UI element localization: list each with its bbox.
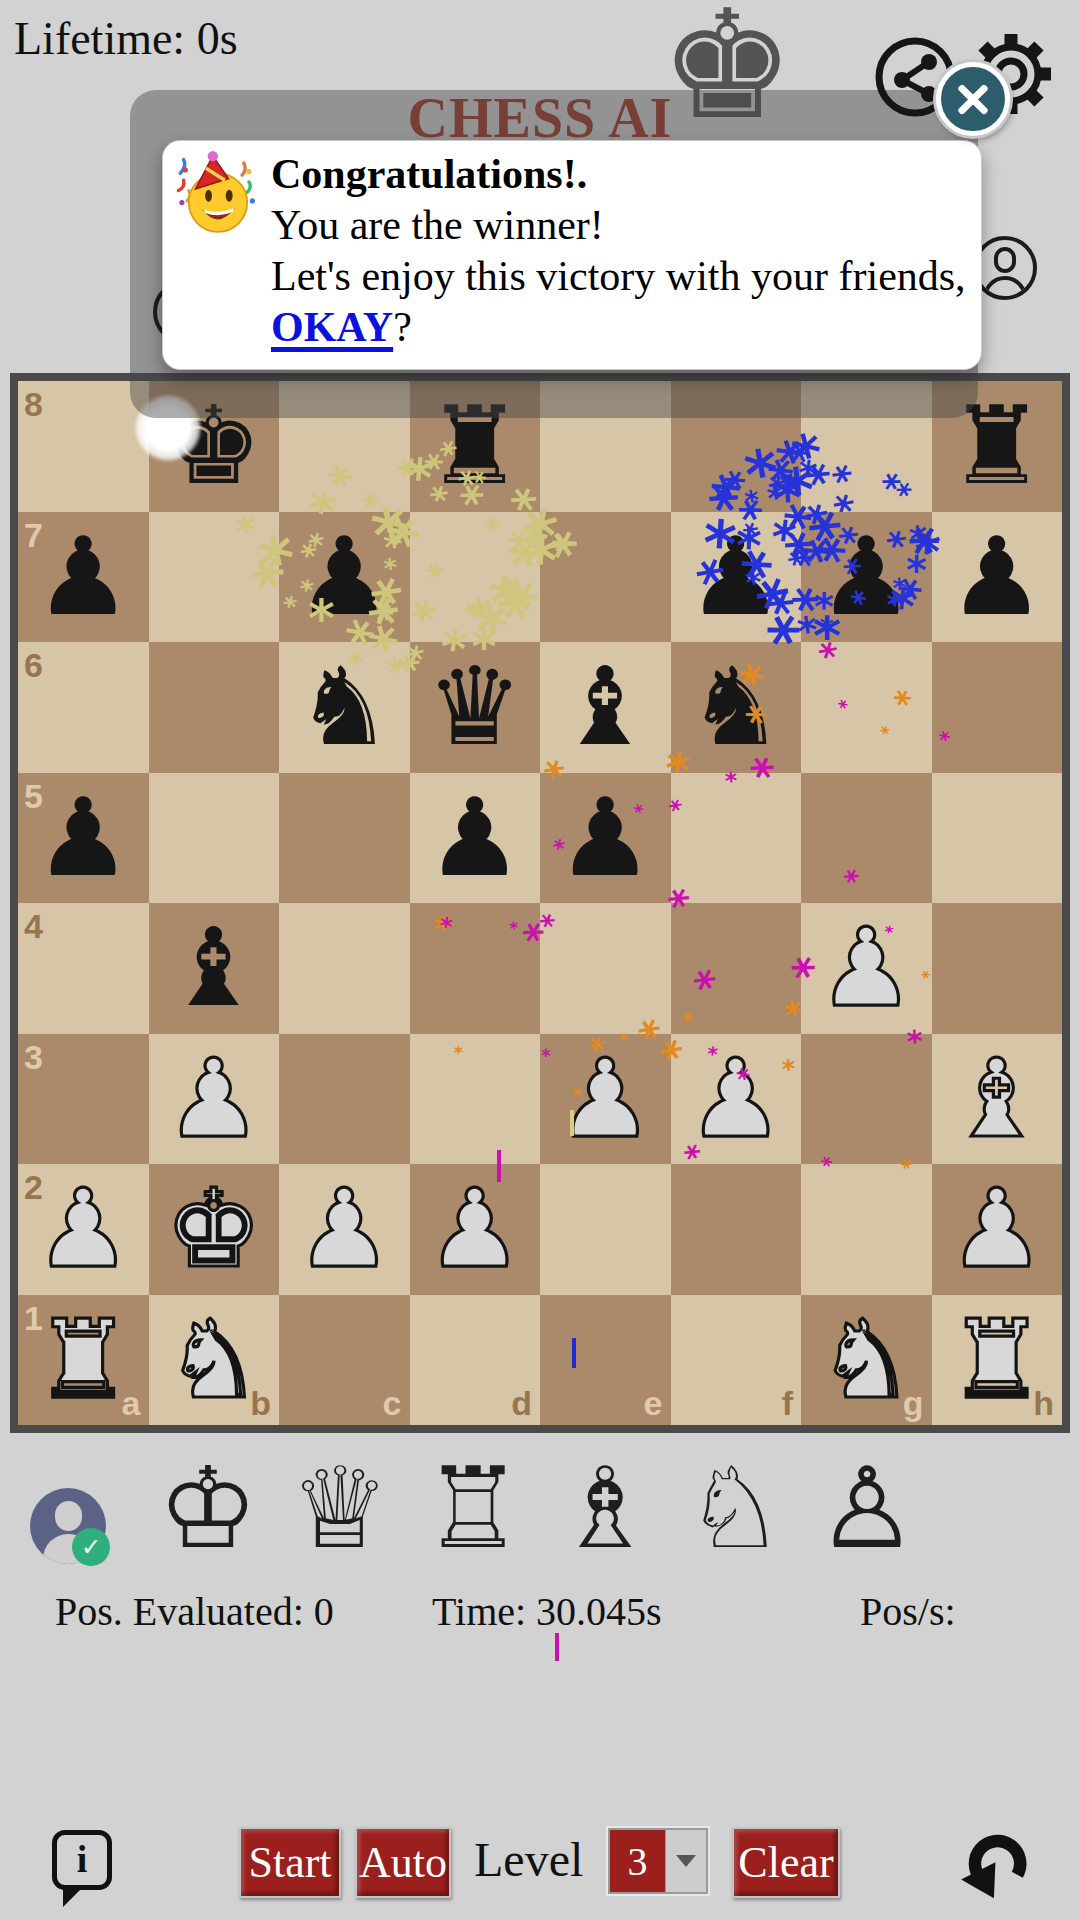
square-b6[interactable] [149, 642, 280, 773]
square-b5[interactable] [149, 773, 280, 904]
clear-button[interactable]: Clear [732, 1827, 840, 1898]
square-a3[interactable]: 3 [18, 1034, 149, 1165]
square-d4[interactable] [410, 903, 541, 1034]
dialog-line2: You are the winner! [271, 200, 971, 251]
auto-button[interactable]: Auto [355, 1827, 451, 1898]
square-d2[interactable]: ♟ [410, 1164, 541, 1295]
white-pawn-piece[interactable]: ♟ [18, 1164, 149, 1295]
positions-evaluated-label: Pos. Evaluated: 0 [55, 1588, 334, 1635]
start-button[interactable]: Start [239, 1827, 341, 1898]
square-b7[interactable] [149, 512, 280, 643]
square-a2[interactable]: 2♟ [18, 1164, 149, 1295]
square-d6[interactable]: ♛ [410, 642, 541, 773]
square-b3[interactable]: ♟ [149, 1034, 280, 1165]
square-c7[interactable]: ♟ [279, 512, 410, 643]
victory-dialog: Congratulations!. You are the winner! Le… [162, 140, 982, 370]
white-pawn-piece[interactable]: ♟ [279, 1164, 410, 1295]
square-h7[interactable]: ♟ [932, 512, 1063, 643]
square-f2[interactable] [671, 1164, 802, 1295]
rank-label: 6 [24, 646, 43, 685]
white-pawn-piece[interactable]: ♟ [671, 1034, 802, 1165]
square-c6[interactable]: ♞ [279, 642, 410, 773]
square-e6[interactable]: ♝ [540, 642, 671, 773]
selector-bishop[interactable]: ♗ [545, 1448, 665, 1568]
white-pawn-piece[interactable]: ♟ [932, 1164, 1063, 1295]
level-label: Level [474, 1832, 583, 1887]
square-e5[interactable]: ♟ [540, 773, 671, 904]
level-value: 3 [610, 1830, 665, 1892]
black-knight-piece[interactable]: ♞ [279, 642, 410, 773]
white-knight-piece[interactable]: ♞ [801, 1295, 932, 1426]
square-e2[interactable] [540, 1164, 671, 1295]
square-g7[interactable]: ♟ [801, 512, 932, 643]
square-d7[interactable] [410, 512, 541, 643]
square-e4[interactable] [540, 903, 671, 1034]
confetti-streak [555, 1633, 559, 1661]
square-e7[interactable] [540, 512, 671, 643]
file-label: f [782, 1384, 793, 1423]
dialog-line3: Let's enjoy this victory with your frien… [271, 251, 971, 353]
file-label: e [644, 1384, 663, 1423]
black-pawn-piece[interactable]: ♟ [932, 512, 1063, 643]
selector-rook[interactable]: ♖ [413, 1448, 533, 1568]
rank-label: 4 [24, 907, 43, 946]
rank-label: 8 [24, 385, 43, 424]
square-f7[interactable]: ♟ [671, 512, 802, 643]
black-knight-piece[interactable]: ♞ [671, 642, 802, 773]
white-pawn-piece[interactable]: ♟ [410, 1164, 541, 1295]
square-a8[interactable]: 8 [18, 381, 149, 512]
square-b2[interactable]: ♚ [149, 1164, 280, 1295]
black-pawn-piece[interactable]: ♟ [18, 773, 149, 904]
positions-per-second-label: Pos/s: [860, 1588, 956, 1635]
square-d5[interactable]: ♟ [410, 773, 541, 904]
dialog-title: Congratulations!. [271, 149, 971, 200]
selector-knight[interactable]: ♘ [675, 1448, 795, 1568]
black-queen-piece[interactable]: ♛ [410, 642, 541, 773]
square-h6[interactable] [932, 642, 1063, 773]
white-pawn-piece[interactable]: ♟ [801, 903, 932, 1034]
square-h5[interactable] [932, 773, 1063, 904]
square-a4[interactable]: 4 [18, 903, 149, 1034]
file-label: d [511, 1384, 532, 1423]
square-g4[interactable]: ♟ [801, 903, 932, 1034]
time-label: Time: 30.045s [432, 1588, 662, 1635]
white-pawn-piece[interactable]: ♟ [540, 1034, 671, 1165]
party-face-emoji [175, 149, 261, 243]
square-c1[interactable]: c [279, 1295, 410, 1426]
white-rook-piece[interactable]: ♜ [18, 1295, 149, 1426]
square-h3[interactable]: ♝ [932, 1034, 1063, 1165]
square-a1[interactable]: 1a♜ [18, 1295, 149, 1426]
close-icon[interactable] [936, 62, 1010, 136]
white-pawn-piece[interactable]: ♟ [149, 1034, 280, 1165]
square-a5[interactable]: 5♟ [18, 773, 149, 904]
dialog-line3-suffix: ? [393, 304, 412, 350]
person-icon-right[interactable] [973, 236, 1037, 300]
rank-label: 3 [24, 1038, 43, 1077]
chess-board[interactable]: 8♚♜♜7♟♟♟♟♟6♞♛♝♞5♟♟♟4♝♟3♟♟♟♝2♟♚♟♟♟1a♜b♞cd… [10, 373, 1070, 1433]
lifetime-label: Lifetime: 0s [14, 12, 238, 65]
square-d3[interactable] [410, 1034, 541, 1165]
square-f6[interactable]: ♞ [671, 642, 802, 773]
check-badge: ✓ [72, 1528, 110, 1566]
selector-king[interactable]: ♔ [148, 1448, 268, 1568]
square-g1[interactable]: g♞ [801, 1295, 932, 1426]
dialog-line3-prefix: Let's enjoy this victory with your frien… [271, 253, 966, 299]
square-d1[interactable]: d [410, 1295, 541, 1426]
white-bishop-piece[interactable]: ♝ [932, 1034, 1063, 1165]
black-pawn-piece[interactable]: ♟ [18, 512, 149, 643]
square-h2[interactable]: ♟ [932, 1164, 1063, 1295]
selector-queen[interactable]: ♕ [280, 1448, 400, 1568]
selector-pawn[interactable]: ♙ [807, 1448, 927, 1568]
square-h1[interactable]: h♜ [932, 1295, 1063, 1426]
black-pawn-piece[interactable]: ♟ [671, 512, 802, 643]
square-f1[interactable]: f [671, 1295, 802, 1426]
square-c5[interactable] [279, 773, 410, 904]
square-a7[interactable]: 7♟ [18, 512, 149, 643]
square-c3[interactable] [279, 1034, 410, 1165]
undo-icon[interactable] [958, 1828, 1036, 1910]
square-b1[interactable]: b♞ [149, 1295, 280, 1426]
square-c4[interactable] [279, 903, 410, 1034]
white-king-piece[interactable]: ♚ [149, 1164, 280, 1295]
dialog-text: Congratulations!. You are the winner! Le… [271, 149, 971, 353]
black-pawn-piece[interactable]: ♟ [540, 773, 671, 904]
black-bishop-piece[interactable]: ♝ [149, 903, 280, 1034]
black-pawn-piece[interactable]: ♟ [410, 773, 541, 904]
black-pawn-piece[interactable]: ♟ [279, 512, 410, 643]
black-pawn-piece[interactable]: ♟ [801, 512, 932, 643]
square-h4[interactable] [932, 903, 1063, 1034]
square-b4[interactable]: ♝ [149, 903, 280, 1034]
black-bishop-piece[interactable]: ♝ [540, 642, 671, 773]
square-g2[interactable] [801, 1164, 932, 1295]
square-e1[interactable]: e [540, 1295, 671, 1426]
okay-link[interactable]: OKAY [271, 304, 393, 350]
level-select[interactable]: 3 [608, 1828, 708, 1894]
white-knight-piece[interactable]: ♞ [149, 1295, 280, 1426]
square-f5[interactable] [671, 773, 802, 904]
square-c2[interactable]: ♟ [279, 1164, 410, 1295]
square-f4[interactable] [671, 903, 802, 1034]
square-e3[interactable]: ♟ [540, 1034, 671, 1165]
square-g5[interactable] [801, 773, 932, 904]
square-g3[interactable] [801, 1034, 932, 1165]
square-a6[interactable]: 6 [18, 642, 149, 773]
white-rook-piece[interactable]: ♜ [932, 1295, 1063, 1426]
chevron-down-icon [665, 1830, 706, 1892]
square-g6[interactable] [801, 642, 932, 773]
square-f3[interactable]: ♟ [671, 1034, 802, 1165]
info-icon[interactable]: i [52, 1830, 112, 1890]
file-label: c [383, 1384, 402, 1423]
